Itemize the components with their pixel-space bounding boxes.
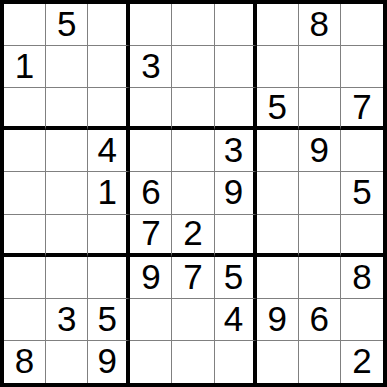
cell-r8c6[interactable]: 4 — [215, 299, 257, 341]
cell-r8c4[interactable] — [130, 299, 172, 341]
cell-r4c2[interactable] — [46, 130, 88, 172]
cell-r6c2[interactable] — [46, 215, 88, 257]
cell-r5c3[interactable]: 1 — [88, 172, 130, 214]
cell-r7c2[interactable] — [46, 257, 88, 299]
cell-r4c1[interactable] — [4, 130, 46, 172]
given-digit: 7 — [183, 259, 202, 294]
cell-r8c1[interactable] — [4, 299, 46, 341]
cell-r2c3[interactable] — [88, 46, 130, 88]
cell-r6c5[interactable]: 2 — [172, 215, 214, 257]
cell-r6c3[interactable] — [88, 215, 130, 257]
cell-r8c8[interactable]: 6 — [299, 299, 341, 341]
given-digit: 6 — [141, 174, 160, 209]
cell-r6c4[interactable]: 7 — [130, 215, 172, 257]
cell-r2c7[interactable] — [257, 46, 299, 88]
cell-r7c7[interactable] — [257, 257, 299, 299]
cell-r1c7[interactable] — [257, 4, 299, 46]
given-digit: 2 — [352, 343, 371, 378]
cell-r3c3[interactable] — [88, 88, 130, 130]
cell-r7c6[interactable]: 5 — [215, 257, 257, 299]
cell-r9c8[interactable] — [299, 341, 341, 383]
cell-r8c2[interactable]: 3 — [46, 299, 88, 341]
cell-r9c7[interactable] — [257, 341, 299, 383]
cell-r5c2[interactable] — [46, 172, 88, 214]
cell-r2c9[interactable] — [341, 46, 383, 88]
cell-r9c4[interactable] — [130, 341, 172, 383]
cell-r4c7[interactable] — [257, 130, 299, 172]
cell-r6c6[interactable] — [215, 215, 257, 257]
given-digit: 7 — [141, 215, 160, 250]
cell-r6c1[interactable] — [4, 215, 46, 257]
cell-r7c8[interactable] — [299, 257, 341, 299]
cell-r2c4[interactable]: 3 — [130, 46, 172, 88]
cell-r5c9[interactable]: 5 — [341, 172, 383, 214]
cell-r5c5[interactable] — [172, 172, 214, 214]
given-digit: 3 — [224, 132, 243, 167]
cell-r4c6[interactable]: 3 — [215, 130, 257, 172]
cell-r7c1[interactable] — [4, 257, 46, 299]
cell-r3c4[interactable] — [130, 88, 172, 130]
given-digit: 2 — [183, 215, 202, 250]
given-digit: 4 — [224, 301, 243, 336]
cell-r1c5[interactable] — [172, 4, 214, 46]
cell-r4c3[interactable]: 4 — [88, 130, 130, 172]
cell-r1c9[interactable] — [341, 4, 383, 46]
given-digit: 9 — [224, 174, 243, 209]
given-digit: 8 — [352, 259, 371, 294]
cell-r2c6[interactable] — [215, 46, 257, 88]
cell-r3c2[interactable] — [46, 88, 88, 130]
cell-r6c8[interactable] — [299, 215, 341, 257]
cell-r9c3[interactable]: 9 — [88, 341, 130, 383]
cell-r5c6[interactable]: 9 — [215, 172, 257, 214]
given-digit: 8 — [15, 343, 34, 378]
given-digit: 5 — [98, 301, 117, 336]
cell-r2c8[interactable] — [299, 46, 341, 88]
cell-r1c1[interactable] — [4, 4, 46, 46]
cell-r6c7[interactable] — [257, 215, 299, 257]
cell-r3c8[interactable] — [299, 88, 341, 130]
given-digit: 5 — [267, 89, 286, 124]
given-digit: 1 — [98, 174, 117, 209]
given-digit: 4 — [98, 132, 117, 167]
cell-r1c6[interactable] — [215, 4, 257, 46]
given-digit: 5 — [224, 259, 243, 294]
cell-r4c8[interactable]: 9 — [299, 130, 341, 172]
cell-r8c7[interactable]: 9 — [257, 299, 299, 341]
cell-r5c7[interactable] — [257, 172, 299, 214]
cell-r9c6[interactable] — [215, 341, 257, 383]
given-digit: 8 — [310, 6, 329, 41]
given-digit: 7 — [352, 89, 371, 124]
cell-r5c4[interactable]: 6 — [130, 172, 172, 214]
cell-r4c5[interactable] — [172, 130, 214, 172]
cell-r1c8[interactable]: 8 — [299, 4, 341, 46]
cell-r7c5[interactable]: 7 — [172, 257, 214, 299]
cell-r3c7[interactable]: 5 — [257, 88, 299, 130]
cell-r9c2[interactable] — [46, 341, 88, 383]
cell-r8c9[interactable] — [341, 299, 383, 341]
cell-r9c1[interactable]: 8 — [4, 341, 46, 383]
given-digit: 3 — [141, 48, 160, 83]
cell-r9c9[interactable]: 2 — [341, 341, 383, 383]
cell-r4c9[interactable] — [341, 130, 383, 172]
given-digit: 9 — [141, 259, 160, 294]
cell-r3c5[interactable] — [172, 88, 214, 130]
cell-r7c4[interactable]: 9 — [130, 257, 172, 299]
cell-r1c3[interactable] — [88, 4, 130, 46]
cell-r3c6[interactable] — [215, 88, 257, 130]
given-digit: 9 — [98, 343, 117, 378]
cell-r8c3[interactable]: 5 — [88, 299, 130, 341]
cell-r3c9[interactable]: 7 — [341, 88, 383, 130]
cell-r7c9[interactable]: 8 — [341, 257, 383, 299]
cell-r7c3[interactable] — [88, 257, 130, 299]
cell-r3c1[interactable] — [4, 88, 46, 130]
given-digit: 3 — [57, 301, 76, 336]
given-digit: 9 — [310, 132, 329, 167]
given-digit: 1 — [15, 48, 34, 83]
cell-r2c5[interactable] — [172, 46, 214, 88]
given-digit: 5 — [352, 174, 371, 209]
cell-r6c9[interactable] — [341, 215, 383, 257]
cell-r1c4[interactable] — [130, 4, 172, 46]
cell-r8c5[interactable] — [172, 299, 214, 341]
cell-r2c2[interactable] — [46, 46, 88, 88]
cell-r1c2[interactable]: 5 — [46, 4, 88, 46]
cell-r5c1[interactable] — [4, 172, 46, 214]
cell-r2c1[interactable]: 1 — [4, 46, 46, 88]
sudoku-board: 581357439169572975835496892 — [0, 0, 387, 387]
cell-r4c4[interactable] — [130, 130, 172, 172]
cell-r5c8[interactable] — [299, 172, 341, 214]
given-digit: 5 — [57, 6, 76, 41]
given-digit: 9 — [267, 301, 286, 336]
cell-r9c5[interactable] — [172, 341, 214, 383]
given-digit: 6 — [310, 301, 329, 336]
